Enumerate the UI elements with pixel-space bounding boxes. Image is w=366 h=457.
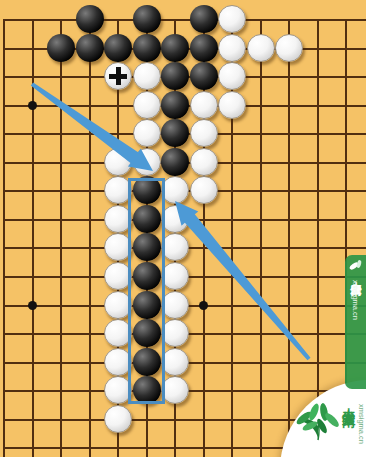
- arrow-to-black-column: [175, 201, 311, 360]
- corner-site-url: xmsigma.cn: [357, 404, 365, 444]
- go-board-diagram: 小麦安卓网 xmsigma.cn 小麦安卓网 xmsigma.cn: [0, 0, 366, 457]
- banner-leaf-icon: [349, 259, 363, 271]
- leaves-icon: [292, 398, 344, 446]
- arrow-overlay: [0, 0, 366, 457]
- watermark-side-banner: 小麦安卓网 xmsigma.cn: [345, 255, 366, 389]
- arrow-to-white-connection: [31, 82, 153, 171]
- banner-site-url: xmsigma.cn: [352, 280, 360, 320]
- banner-site-name: 小麦安卓网: [350, 273, 361, 278]
- corner-site-name: 小麦安卓网: [342, 397, 355, 407]
